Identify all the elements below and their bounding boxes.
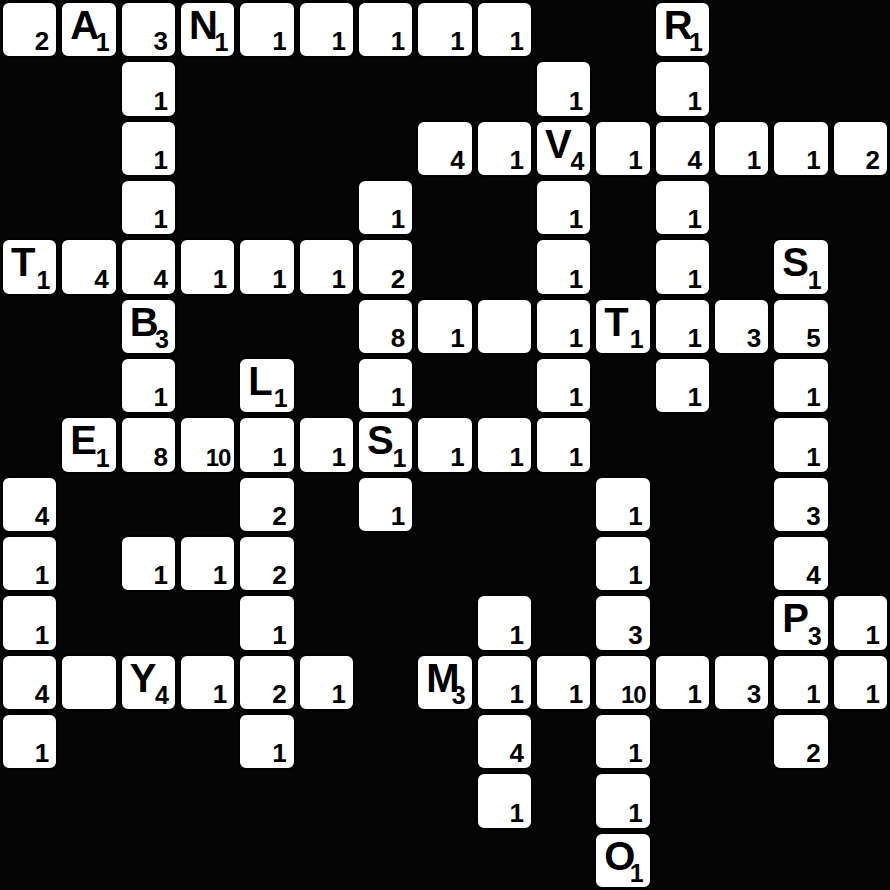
tile-value: 1 [569,681,583,707]
tile-r8c10[interactable]: 1 [594,476,651,533]
tile-value: 1 [154,147,168,173]
tile-r0c6[interactable]: 1 [357,1,414,58]
tile-r13c8[interactable]: 1 [476,772,533,829]
tile-value: 1 [272,266,286,292]
tile-r3c11[interactable]: 1 [654,179,711,236]
tile-value: 4 [688,147,702,173]
cell-r5c14 [831,297,890,356]
cell-r7c0 [0,415,59,474]
cell-r11c3: 1 [178,653,237,712]
tile-r9c2[interactable]: 1 [120,535,177,592]
cell-r8c4: 2 [237,475,296,534]
tile-letter: E [70,418,97,463]
cell-r0c11: R1 [653,0,712,59]
tile-letter: L [248,359,272,404]
cell-r8c1 [59,475,118,534]
tile-value: 1 [806,147,820,173]
tile-r12c10[interactable]: 1 [594,713,651,770]
tile-value: 1 [569,88,583,114]
cell-r7c1: E1 [59,415,118,474]
tile-value: 1 [332,28,346,54]
tile-value: 3 [154,28,168,54]
tile-r6c9[interactable]: 1 [535,357,592,414]
cell-r13c5 [297,771,356,830]
cell-r7c5: 1 [297,415,356,474]
cell-r9c5 [297,534,356,593]
tile-value: 4 [35,681,49,707]
tile-r10c4[interactable]: 1 [238,594,295,651]
cell-r5c4 [237,297,296,356]
tile-r10c0[interactable]: 1 [1,594,58,651]
cell-r11c5: 1 [297,653,356,712]
tile-value: 1 [569,444,583,470]
tile-r10c8[interactable]: 1 [476,594,533,651]
cell-r10c14: 1 [831,593,890,652]
tile-value: 1 [688,325,702,351]
tile-r4c1[interactable]: 4 [60,238,117,295]
tile-value: 1 [510,28,524,54]
tile-r8c6[interactable]: 1 [357,476,414,533]
tile-r11c12[interactable]: 3 [713,654,770,711]
cell-r2c7: 4 [415,119,474,178]
tile-value: 1 [628,740,642,766]
tile-r6c13[interactable]: 1 [772,357,829,414]
cell-r9c3: 1 [178,534,237,593]
tile-value: 1 [213,681,227,707]
cell-r14c8 [475,831,534,890]
cell-r12c13: 2 [771,712,830,771]
tile-r0c7[interactable]: 1 [416,1,473,58]
scrabble-board: 2A13N111111R1111141V4141121111T144111211… [0,0,890,890]
tile-value: 1 [689,30,703,55]
tile-r3c9[interactable]: 1 [535,179,592,236]
cell-r11c10: 10 [593,653,652,712]
tile-r6c4[interactable]: L1 [238,357,295,414]
tile-value: 1 [628,147,642,173]
tile-r3c6[interactable]: 1 [357,179,414,236]
cell-r9c4: 2 [237,534,296,593]
tile-value: 1 [628,562,642,588]
tile-r0c4[interactable]: 1 [238,1,295,58]
cell-r6c4: L1 [237,356,296,415]
tile-r4c0[interactable]: T1 [1,238,58,295]
cell-r11c4: 2 [237,653,296,712]
tile-r0c8[interactable]: 1 [476,1,533,58]
cell-r8c9 [534,475,593,534]
tile-r2c2[interactable]: 1 [120,120,177,177]
tile-r4c9[interactable]: 1 [535,238,592,295]
cell-r7c8: 1 [475,415,534,474]
tile-value: 3 [806,503,820,529]
cell-r1c5 [297,59,356,118]
tile-value: 1 [96,446,110,471]
tile-r14c10[interactable]: O1 [594,832,651,889]
tile-r8c4[interactable]: 2 [238,476,295,533]
cell-r0c5: 1 [297,0,356,59]
tile-value: 1 [391,28,405,54]
tile-value: 1 [36,268,50,293]
cell-r2c9: V4 [534,119,593,178]
tile-r5c6[interactable]: 8 [357,298,414,355]
tile-value: 10 [206,446,231,470]
cell-r9c14 [831,534,890,593]
cell-r10c10: 3 [593,593,652,652]
tile-r12c4[interactable]: 1 [238,713,295,770]
tile-r11c14[interactable]: 1 [832,654,889,711]
tile-value: 1 [866,622,880,648]
cell-r10c3 [178,593,237,652]
cell-r6c12 [712,356,771,415]
cell-r1c8 [475,59,534,118]
cell-r4c0: T1 [0,237,59,296]
cell-r13c8: 1 [475,771,534,830]
tile-value: 1 [154,206,168,232]
tile-letter: P [782,596,809,641]
cell-r13c11 [653,771,712,830]
tile-value: 1 [806,384,820,410]
tile-r5c7[interactable]: 1 [416,298,473,355]
cell-r2c5 [297,119,356,178]
cell-r5c13: 5 [771,297,830,356]
cell-r6c3 [178,356,237,415]
tile-value: 3 [808,624,822,649]
tile-r2c7[interactable]: 4 [416,120,473,177]
cell-r12c8: 4 [475,712,534,771]
tile-r11c7[interactable]: M3 [416,654,473,711]
tile-value: 3 [747,681,761,707]
tile-value: 1 [272,622,286,648]
tile-r9c10[interactable]: 1 [594,535,651,592]
tile-r9c0[interactable]: 1 [1,535,58,592]
cell-r14c13 [771,831,830,890]
cell-r14c3 [178,831,237,890]
cell-r10c11 [653,593,712,652]
cell-r3c1 [59,178,118,237]
cell-r3c13 [771,178,830,237]
tile-r5c10[interactable]: T1 [594,298,651,355]
cell-r8c5 [297,475,356,534]
cell-r12c9 [534,712,593,771]
tile-value: 3 [747,325,761,351]
tile-r1c11[interactable]: 1 [654,60,711,117]
tile-r0c2[interactable]: 3 [120,1,177,58]
cell-r6c7 [415,356,474,415]
cell-r7c13: 1 [771,415,830,474]
tile-r4c3[interactable]: 1 [179,238,236,295]
tile-value: 4 [570,149,584,174]
tile-r11c3[interactable]: 1 [179,654,236,711]
cell-r3c11: 1 [653,178,712,237]
tile-r10c10[interactable]: 3 [594,594,651,651]
cell-r3c5 [297,178,356,237]
cell-r14c10: O1 [593,831,652,890]
cell-r6c10 [593,356,652,415]
tile-r7c9[interactable]: 1 [535,416,592,473]
cell-r11c14: 1 [831,653,890,712]
tile-r10c13[interactable]: P3 [772,594,829,651]
cell-r3c8 [475,178,534,237]
tile-value: 1 [272,444,286,470]
cell-r8c11 [653,475,712,534]
tile-r9c3[interactable]: 1 [179,535,236,592]
tile-value: 1 [272,28,286,54]
tile-r7c3[interactable]: 10 [179,416,236,473]
tile-value: 3 [452,683,466,708]
tile-r2c8[interactable]: 1 [476,120,533,177]
tile-value: 1 [747,147,761,173]
cell-r13c7 [415,771,474,830]
tile-value: 1 [628,800,642,826]
tile-r8c13[interactable]: 3 [772,476,829,533]
tile-value: 1 [154,88,168,114]
tile-value: 1 [688,88,702,114]
cell-r12c7 [415,712,474,771]
cell-r4c1: 4 [59,237,118,296]
tile-r11c11[interactable]: 1 [654,654,711,711]
cell-r3c10 [593,178,652,237]
tile-r0c1[interactable]: A1 [60,1,117,58]
cell-r0c3: N1 [178,0,237,59]
tile-r0c0[interactable]: 2 [1,1,58,58]
tile-r10c14[interactable]: 1 [832,594,889,651]
tile-r2c12[interactable]: 1 [713,120,770,177]
cell-r9c11 [653,534,712,593]
cell-r13c13 [771,771,830,830]
tile-r12c0[interactable]: 1 [1,713,58,770]
tile-value: 2 [272,562,286,588]
cell-r6c9: 1 [534,356,593,415]
tile-r4c4[interactable]: 1 [238,238,295,295]
tile-r7c13[interactable]: 1 [772,416,829,473]
cell-r0c14 [831,0,890,59]
tile-r11c0[interactable]: 4 [1,654,58,711]
cell-r7c12 [712,415,771,474]
tile-value: 2 [272,503,286,529]
cell-r11c8: 1 [475,653,534,712]
blank-tile-r11c1[interactable] [60,654,117,711]
cell-r0c2: 3 [119,0,178,59]
tile-value: 1 [630,327,644,352]
tile-r12c8[interactable]: 4 [476,713,533,770]
tile-r2c9[interactable]: V4 [535,120,592,177]
tile-r3c2[interactable]: 1 [120,179,177,236]
cell-r5c9: 1 [534,297,593,356]
cell-r8c10: 1 [593,475,652,534]
cell-r13c12 [712,771,771,830]
tile-r12c13[interactable]: 2 [772,713,829,770]
cell-r12c1 [59,712,118,771]
tile-r4c2[interactable]: 4 [120,238,177,295]
cell-r13c3 [178,771,237,830]
cell-r2c1 [59,119,118,178]
cell-r13c4 [237,771,296,830]
cell-r5c11: 1 [653,297,712,356]
tile-r4c11[interactable]: 1 [654,238,711,295]
cell-r1c10 [593,59,652,118]
cell-r12c3 [178,712,237,771]
tile-value: 4 [154,266,168,292]
cell-r1c3 [178,59,237,118]
tile-value: 1 [569,266,583,292]
cell-r10c13: P3 [771,593,830,652]
tile-value: 8 [154,444,168,470]
cell-r3c6: 1 [356,178,415,237]
cell-r14c11 [653,831,712,890]
tile-r0c11[interactable]: R1 [654,1,711,58]
tile-value: 1 [154,384,168,410]
cell-r0c4: 1 [237,0,296,59]
cell-r0c0: 2 [0,0,59,59]
cell-r12c6 [356,712,415,771]
cell-r12c12 [712,712,771,771]
tile-r11c4[interactable]: 2 [238,654,295,711]
tile-r5c11[interactable]: 1 [654,298,711,355]
cell-r1c7 [415,59,474,118]
cell-r14c14 [831,831,890,890]
cell-r5c10: T1 [593,297,652,356]
cell-r10c0: 1 [0,593,59,652]
tile-value: 1 [630,861,644,886]
cell-r8c3 [178,475,237,534]
cell-r11c6 [356,653,415,712]
tile-value: 4 [94,266,108,292]
tile-value: 1 [274,386,288,411]
cell-r11c1 [59,653,118,712]
cell-r9c10: 1 [593,534,652,593]
tile-value: 1 [35,622,49,648]
cell-r2c10: 1 [593,119,652,178]
cell-r1c4 [237,59,296,118]
cell-r14c9 [534,831,593,890]
cell-r14c5 [297,831,356,890]
tile-r4c13[interactable]: S1 [772,238,829,295]
tile-r11c9[interactable]: 1 [535,654,592,711]
tile-r7c7[interactable]: 1 [416,416,473,473]
tile-r13c10[interactable]: 1 [594,772,651,829]
tile-value: 1 [332,681,346,707]
tile-value: 2 [866,147,880,173]
tile-r2c13[interactable]: 1 [772,120,829,177]
tile-r0c5[interactable]: 1 [298,1,355,58]
tile-r9c4[interactable]: 2 [238,535,295,592]
cell-r0c8: 1 [475,0,534,59]
tile-r5c12[interactable]: 3 [713,298,770,355]
cell-r1c0 [0,59,59,118]
cell-r9c6 [356,534,415,593]
tile-r1c9[interactable]: 1 [535,60,592,117]
cell-r13c6 [356,771,415,830]
tile-value: 1 [35,740,49,766]
cell-r2c2: 1 [119,119,178,178]
cell-r11c0: 4 [0,653,59,712]
cell-r3c4 [237,178,296,237]
tile-r11c13[interactable]: 1 [772,654,829,711]
cell-r4c9: 1 [534,237,593,296]
tile-r6c6[interactable]: 1 [357,357,414,414]
tile-r6c11[interactable]: 1 [654,357,711,414]
cell-r2c4 [237,119,296,178]
cell-r0c9 [534,0,593,59]
tile-value: 1 [628,503,642,529]
tile-value: 3 [155,327,169,352]
cell-r11c9: 1 [534,653,593,712]
cell-r12c11 [653,712,712,771]
tile-r7c4[interactable]: 1 [238,416,295,473]
tile-r11c2[interactable]: Y4 [120,654,177,711]
tile-r6c2[interactable]: 1 [120,357,177,414]
tile-r7c5[interactable]: 1 [298,416,355,473]
cell-r8c14 [831,475,890,534]
tile-value: 1 [392,446,406,471]
tile-r7c6[interactable]: S1 [357,416,414,473]
cell-r0c6: 1 [356,0,415,59]
tile-value: 1 [688,266,702,292]
tile-r2c14[interactable]: 2 [832,120,889,177]
tile-r7c1[interactable]: E1 [60,416,117,473]
tile-value: 1 [391,206,405,232]
cell-r5c12: 3 [712,297,771,356]
tile-value: 1 [510,681,524,707]
cell-r8c2 [119,475,178,534]
tile-r5c9[interactable]: 1 [535,298,592,355]
tile-r7c2[interactable]: 8 [120,416,177,473]
tile-letter: Y [130,656,157,701]
tile-r0c3[interactable]: N1 [179,1,236,58]
tile-value: 1 [569,325,583,351]
tile-value: 4 [510,740,524,766]
cell-r3c3 [178,178,237,237]
tile-value: 1 [332,444,346,470]
cell-r6c8 [475,356,534,415]
cell-r14c7 [415,831,474,890]
tile-r1c2[interactable]: 1 [120,60,177,117]
cell-r1c14 [831,59,890,118]
cell-r7c6: S1 [356,415,415,474]
tile-value: 1 [569,206,583,232]
tile-r11c10[interactable]: 10 [594,654,651,711]
tile-r4c5[interactable]: 1 [298,238,355,295]
cell-r2c6 [356,119,415,178]
tile-r2c11[interactable]: 4 [654,120,711,177]
cell-r1c11: 1 [653,59,712,118]
cell-r4c5: 1 [297,237,356,296]
tile-r5c13[interactable]: 5 [772,298,829,355]
tile-r9c13[interactable]: 4 [772,535,829,592]
cell-r7c3: 10 [178,415,237,474]
tile-value: 1 [450,325,464,351]
tile-value: 1 [450,28,464,54]
cell-r3c14 [831,178,890,237]
cell-r4c3: 1 [178,237,237,296]
tile-value: 8 [391,325,405,351]
tile-value: 1 [806,444,820,470]
tile-r7c8[interactable]: 1 [476,416,533,473]
tile-r5c2[interactable]: B3 [120,298,177,355]
tile-r2c10[interactable]: 1 [594,120,651,177]
tile-r11c8[interactable]: 1 [476,654,533,711]
tile-r8c0[interactable]: 4 [1,476,58,533]
cell-r13c14 [831,771,890,830]
cell-r4c8 [475,237,534,296]
cell-r11c13: 1 [771,653,830,712]
cell-r8c6: 1 [356,475,415,534]
cell-r6c5 [297,356,356,415]
blank-tile-r5c8[interactable] [476,298,533,355]
tile-value: 1 [688,384,702,410]
tile-r11c5[interactable]: 1 [298,654,355,711]
tile-r4c6[interactable]: 2 [357,238,414,295]
cell-r4c11: 1 [653,237,712,296]
